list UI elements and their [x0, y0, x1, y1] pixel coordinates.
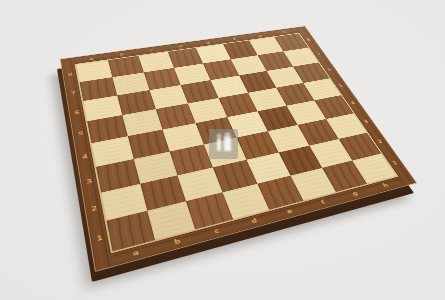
watermark-glyph-right — [224, 136, 231, 151]
watermark-logo — [209, 129, 238, 159]
product-photo: aabbccddeeffgghh1122334455667788 — [0, 0, 445, 300]
watermark-glyph-left — [217, 138, 221, 151]
